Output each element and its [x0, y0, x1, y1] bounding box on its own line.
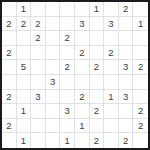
- clue-cell-r5c2: 5: [17, 60, 32, 75]
- empty-cell-r9c7[interactable]: [90, 119, 105, 134]
- clue-cell-r7c9: 3: [119, 90, 134, 105]
- empty-cell-r2c5[interactable]: [60, 17, 75, 32]
- empty-cell-r10c3[interactable]: [31, 133, 46, 148]
- empty-cell-r1c3[interactable]: [31, 2, 46, 17]
- clue-cell-r4c1: 2: [2, 46, 17, 61]
- empty-cell-r2c4[interactable]: [46, 17, 61, 32]
- clue-cell-r10c7: 2: [90, 133, 105, 148]
- clue-cell-r9c10: 2: [133, 119, 148, 134]
- empty-cell-r3c7[interactable]: [90, 31, 105, 46]
- empty-cell-r4c3[interactable]: [31, 46, 46, 61]
- clue-cell-r3c5: 2: [60, 31, 75, 46]
- empty-cell-r1c6[interactable]: [75, 2, 90, 17]
- empty-cell-r5c4[interactable]: [46, 60, 61, 75]
- clue-cell-r8c7: 2: [90, 104, 105, 119]
- empty-cell-r6c3[interactable]: [31, 75, 46, 90]
- empty-cell-r1c1[interactable]: [2, 2, 17, 17]
- empty-cell-r2c9[interactable]: [119, 17, 134, 32]
- empty-cell-r6c7[interactable]: [90, 75, 105, 90]
- empty-cell-r8c4[interactable]: [46, 104, 61, 119]
- empty-cell-r3c9[interactable]: [119, 31, 134, 46]
- clue-cell-r4c6: 2: [75, 46, 90, 61]
- empty-cell-r9c9[interactable]: [119, 119, 134, 134]
- empty-cell-r4c7[interactable]: [90, 46, 105, 61]
- empty-cell-r8c8[interactable]: [104, 104, 119, 119]
- empty-cell-r2c7[interactable]: [90, 17, 105, 32]
- clue-cell-r10c5: 1: [60, 133, 75, 148]
- clue-cell-r1c2: 1: [17, 2, 32, 17]
- empty-cell-r9c2[interactable]: [17, 119, 32, 134]
- clue-cell-r5c7: 2: [90, 60, 105, 75]
- clue-cell-r7c3: 3: [31, 90, 46, 105]
- empty-cell-r4c10[interactable]: [133, 46, 148, 61]
- clue-cell-r8c5: 3: [60, 104, 75, 119]
- empty-cell-r4c5[interactable]: [60, 46, 75, 61]
- empty-cell-r10c4[interactable]: [46, 133, 61, 148]
- empty-cell-r3c10[interactable]: [133, 31, 148, 46]
- clue-cell-r8c2: 1: [17, 104, 32, 119]
- empty-cell-r10c1[interactable]: [2, 133, 17, 148]
- empty-cell-r3c8[interactable]: [104, 31, 119, 46]
- empty-cell-r4c9[interactable]: [119, 46, 134, 61]
- empty-cell-r3c1[interactable]: [2, 31, 17, 46]
- empty-cell-r7c5[interactable]: [60, 90, 75, 105]
- empty-cell-r1c8[interactable]: [104, 2, 119, 17]
- clue-cell-r9c1: 2: [2, 119, 17, 134]
- empty-cell-r7c4[interactable]: [46, 90, 61, 105]
- clue-cell-r2c2: 2: [17, 17, 32, 32]
- clue-cell-r1c9: 2: [119, 2, 134, 17]
- empty-cell-r1c10[interactable]: [133, 2, 148, 17]
- empty-cell-r7c2[interactable]: [17, 90, 32, 105]
- clue-cell-r2c10: 1: [133, 17, 148, 32]
- clue-cell-r10c2: 1: [17, 133, 32, 148]
- empty-cell-r4c4[interactable]: [46, 46, 61, 61]
- clue-cell-r1c7: 1: [90, 2, 105, 17]
- empty-cell-r5c6[interactable]: [75, 60, 90, 75]
- empty-cell-r3c6[interactable]: [75, 31, 90, 46]
- empty-cell-r8c9[interactable]: [119, 104, 134, 119]
- clue-cell-r5c5: 2: [60, 60, 75, 75]
- empty-cell-r5c1[interactable]: [2, 60, 17, 75]
- empty-cell-r5c3[interactable]: [31, 60, 46, 75]
- puzzle-board: 112222331222225223232321313222121122: [0, 0, 150, 150]
- empty-cell-r9c4[interactable]: [46, 119, 61, 134]
- clue-cell-r3c3: 2: [31, 31, 46, 46]
- clue-cell-r9c6: 1: [75, 119, 90, 134]
- empty-cell-r6c9[interactable]: [119, 75, 134, 90]
- clue-cell-r5c9: 3: [119, 60, 134, 75]
- empty-cell-r6c10[interactable]: [133, 75, 148, 90]
- empty-cell-r5c8[interactable]: [104, 60, 119, 75]
- clue-cell-r4c8: 2: [104, 46, 119, 61]
- clue-cell-r7c1: 2: [2, 90, 17, 105]
- clue-cell-r6c4: 3: [46, 75, 61, 90]
- empty-cell-r1c4[interactable]: [46, 2, 61, 17]
- empty-cell-r9c3[interactable]: [31, 119, 46, 134]
- empty-cell-r6c6[interactable]: [75, 75, 90, 90]
- empty-cell-r6c1[interactable]: [2, 75, 17, 90]
- clue-cell-r8c10: 2: [133, 104, 148, 119]
- clue-cell-r2c1: 2: [2, 17, 17, 32]
- empty-cell-r8c6[interactable]: [75, 104, 90, 119]
- clue-cell-r2c8: 3: [104, 17, 119, 32]
- empty-cell-r6c8[interactable]: [104, 75, 119, 90]
- clue-cell-r2c3: 2: [31, 17, 46, 32]
- clue-cell-r10c9: 2: [119, 133, 134, 148]
- empty-cell-r10c6[interactable]: [75, 133, 90, 148]
- clue-cell-r2c6: 3: [75, 17, 90, 32]
- clue-cell-r5c10: 2: [133, 60, 148, 75]
- empty-cell-r6c2[interactable]: [17, 75, 32, 90]
- clue-cell-r7c8: 1: [104, 90, 119, 105]
- empty-cell-r3c2[interactable]: [17, 31, 32, 46]
- empty-cell-r6c5[interactable]: [60, 75, 75, 90]
- empty-cell-r10c10[interactable]: [133, 133, 148, 148]
- empty-cell-r7c10[interactable]: [133, 90, 148, 105]
- clue-cell-r7c6: 2: [75, 90, 90, 105]
- empty-cell-r10c8[interactable]: [104, 133, 119, 148]
- empty-cell-r8c1[interactable]: [2, 104, 17, 119]
- empty-cell-r7c7[interactable]: [90, 90, 105, 105]
- empty-cell-r1c5[interactable]: [60, 2, 75, 17]
- empty-cell-r3c4[interactable]: [46, 31, 61, 46]
- empty-cell-r9c5[interactable]: [60, 119, 75, 134]
- empty-cell-r9c8[interactable]: [104, 119, 119, 134]
- empty-cell-r4c2[interactable]: [17, 46, 32, 61]
- empty-cell-r8c3[interactable]: [31, 104, 46, 119]
